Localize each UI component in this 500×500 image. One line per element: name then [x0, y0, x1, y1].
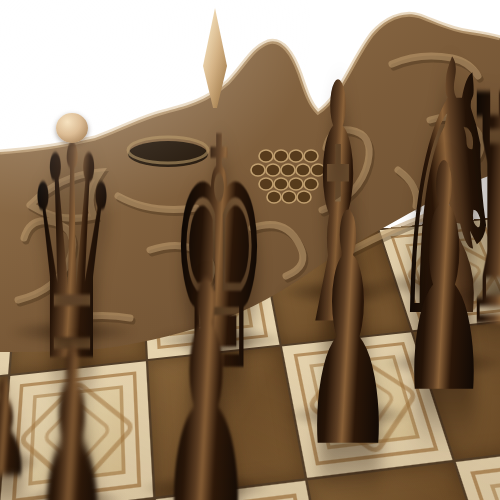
- photo-frame: ♛♚♝♞♜♟♟♟♟♟: [0, 0, 500, 500]
- queen-ball-finial: [56, 113, 88, 143]
- piece-black-pawn-e5[interactable]: ♟: [302, 172, 394, 491]
- piece-black-pawn-d4[interactable]: ♟: [158, 241, 254, 500]
- pieces-layer: ♛♚♝♞♜♟♟♟♟♟: [0, 0, 500, 500]
- piece-black-pawn-g6[interactable]: ♟: [399, 125, 488, 438]
- piece-black-pawn-b4[interactable]: ♟: [34, 319, 110, 500]
- piece-black-pawn-a5[interactable]: ♟: [0, 365, 30, 497]
